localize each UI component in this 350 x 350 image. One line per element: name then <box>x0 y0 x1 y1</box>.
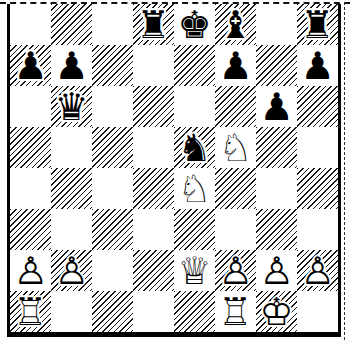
square-h8[interactable]: ♜ <box>297 4 338 45</box>
piece-black-pawn: ♟ <box>51 45 92 86</box>
piece-white-knight: ♞♘ <box>174 168 215 209</box>
square-a3[interactable] <box>10 209 51 250</box>
square-d4[interactable] <box>133 168 174 209</box>
square-d3[interactable] <box>133 209 174 250</box>
piece-black-knight: ♞ <box>174 127 215 168</box>
square-h1[interactable] <box>297 291 338 332</box>
square-b8[interactable] <box>51 4 92 45</box>
piece-white-queen: ♛♕ <box>174 250 215 291</box>
square-f3[interactable] <box>215 209 256 250</box>
square-d8[interactable]: ♜ <box>133 4 174 45</box>
square-g2[interactable]: ♟♙ <box>256 250 297 291</box>
piece-white-pawn: ♟♙ <box>256 250 297 291</box>
square-c5[interactable] <box>92 127 133 168</box>
square-f1[interactable]: ♜♖ <box>215 291 256 332</box>
square-d5[interactable] <box>133 127 174 168</box>
chess-board: ♜♚♝♜♟♟♟♟♛♟♞♞♘♞♘♟♙♟♙♛♕♟♙♟♙♟♙♜♖♜♖♚♔ <box>10 4 338 332</box>
square-f7[interactable]: ♟ <box>215 45 256 86</box>
piece-white-rook: ♜♖ <box>215 291 256 332</box>
piece-black-pawn: ♟ <box>215 45 256 86</box>
square-d2[interactable] <box>133 250 174 291</box>
piece-black-pawn: ♟ <box>297 45 338 86</box>
square-g7[interactable] <box>256 45 297 86</box>
square-a8[interactable] <box>10 4 51 45</box>
square-b4[interactable] <box>51 168 92 209</box>
square-f2[interactable]: ♟♙ <box>215 250 256 291</box>
square-b2[interactable]: ♟♙ <box>51 250 92 291</box>
square-g8[interactable] <box>256 4 297 45</box>
square-h2[interactable]: ♟♙ <box>297 250 338 291</box>
piece-white-king: ♚♔ <box>256 291 297 332</box>
square-b7[interactable]: ♟ <box>51 45 92 86</box>
square-a1[interactable]: ♜♖ <box>10 291 51 332</box>
square-b1[interactable] <box>51 291 92 332</box>
piece-black-king: ♚ <box>174 4 215 45</box>
square-g1[interactable]: ♚♔ <box>256 291 297 332</box>
square-f4[interactable] <box>215 168 256 209</box>
piece-black-pawn: ♟ <box>10 45 51 86</box>
square-a7[interactable]: ♟ <box>10 45 51 86</box>
square-g6[interactable]: ♟ <box>256 86 297 127</box>
square-h4[interactable] <box>297 168 338 209</box>
piece-black-bishop: ♝ <box>215 4 256 45</box>
square-h5[interactable] <box>297 127 338 168</box>
square-e5[interactable]: ♞ <box>174 127 215 168</box>
square-c1[interactable] <box>92 291 133 332</box>
square-e8[interactable]: ♚ <box>174 4 215 45</box>
square-e6[interactable] <box>174 86 215 127</box>
square-b6[interactable]: ♛ <box>51 86 92 127</box>
square-c3[interactable] <box>92 209 133 250</box>
square-h7[interactable]: ♟ <box>297 45 338 86</box>
square-e2[interactable]: ♛♕ <box>174 250 215 291</box>
square-d6[interactable] <box>133 86 174 127</box>
square-c8[interactable] <box>92 4 133 45</box>
piece-white-pawn: ♟♙ <box>51 250 92 291</box>
square-a5[interactable] <box>10 127 51 168</box>
square-g4[interactable] <box>256 168 297 209</box>
square-h6[interactable] <box>297 86 338 127</box>
square-f5[interactable]: ♞♘ <box>215 127 256 168</box>
square-e3[interactable] <box>174 209 215 250</box>
piece-black-rook: ♜ <box>133 4 174 45</box>
piece-black-pawn: ♟ <box>256 86 297 127</box>
square-h3[interactable] <box>297 209 338 250</box>
square-a2[interactable]: ♟♙ <box>10 250 51 291</box>
piece-white-rook: ♜♖ <box>10 291 51 332</box>
piece-black-rook: ♜ <box>297 4 338 45</box>
square-f6[interactable] <box>215 86 256 127</box>
square-f8[interactable]: ♝ <box>215 4 256 45</box>
square-d7[interactable] <box>133 45 174 86</box>
piece-white-pawn: ♟♙ <box>215 250 256 291</box>
dashed-right-border <box>344 2 345 340</box>
square-e7[interactable] <box>174 45 215 86</box>
square-e1[interactable] <box>174 291 215 332</box>
square-d1[interactable] <box>133 291 174 332</box>
square-g5[interactable] <box>256 127 297 168</box>
board-frame: ♜♚♝♜♟♟♟♟♛♟♞♞♘♞♘♟♙♟♙♛♕♟♙♟♙♟♙♜♖♜♖♚♔ <box>7 4 341 337</box>
square-c4[interactable] <box>92 168 133 209</box>
piece-white-pawn: ♟♙ <box>10 250 51 291</box>
piece-black-queen: ♛ <box>51 86 92 127</box>
square-a4[interactable] <box>10 168 51 209</box>
piece-white-pawn: ♟♙ <box>297 250 338 291</box>
square-e4[interactable]: ♞♘ <box>174 168 215 209</box>
square-g3[interactable] <box>256 209 297 250</box>
piece-white-knight: ♞♘ <box>215 127 256 168</box>
square-a6[interactable] <box>10 86 51 127</box>
square-c6[interactable] <box>92 86 133 127</box>
square-c2[interactable] <box>92 250 133 291</box>
square-c7[interactable] <box>92 45 133 86</box>
square-b3[interactable] <box>51 209 92 250</box>
square-b5[interactable] <box>51 127 92 168</box>
